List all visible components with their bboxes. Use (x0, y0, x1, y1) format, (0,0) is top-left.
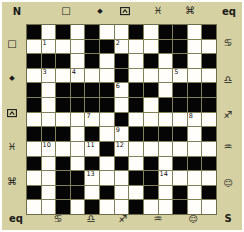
libra-icon: ♎ (87, 214, 96, 224)
cell-r2c8[interactable] (129, 40, 143, 54)
cell-r10c4[interactable] (71, 157, 85, 171)
cell-r12c11 (173, 186, 187, 200)
cell-r5c12 (188, 83, 202, 97)
clue-number: 13 (86, 171, 94, 178)
cell-r5c10[interactable] (159, 83, 173, 97)
cell-r10c3 (56, 157, 70, 171)
cell-r4c10[interactable] (159, 69, 173, 83)
cell-r12c10[interactable] (159, 186, 173, 200)
cell-r11c13[interactable] (202, 171, 216, 185)
cell-r12c2[interactable] (42, 186, 56, 200)
clue-number: 8 (189, 113, 193, 120)
cell-r2c9[interactable] (144, 40, 158, 54)
cell-r1c3 (56, 25, 70, 39)
cell-r2c4[interactable] (71, 40, 85, 54)
cell-r5c7[interactable]: 6 (115, 83, 129, 97)
cell-r9c8[interactable] (129, 142, 143, 156)
cell-r8c5 (85, 127, 99, 141)
cell-r1c1 (27, 25, 41, 39)
cell-r11c1[interactable] (27, 171, 41, 185)
cell-r13c6[interactable] (100, 200, 114, 214)
cell-r8c10 (159, 127, 173, 141)
clue-number: 10 (43, 142, 51, 149)
cell-r12c5[interactable] (85, 186, 99, 200)
cell-r6c6 (100, 98, 114, 112)
cell-r8c7[interactable]: 9 (115, 127, 129, 141)
smiley-icon: ☺ (188, 214, 197, 224)
cell-r10c7 (115, 157, 129, 171)
cell-r7c8[interactable] (129, 113, 143, 127)
cell-r13c8 (129, 200, 143, 214)
cell-r6c9[interactable] (144, 98, 158, 112)
square-icon: □ (61, 6, 70, 16)
cell-r6c4 (71, 98, 85, 112)
cell-r12c12[interactable] (188, 186, 202, 200)
cell-r6c11 (173, 98, 187, 112)
diamond-icon: ◆ (9, 73, 14, 83)
clue-number: 11 (86, 142, 94, 149)
cell-r8c13 (202, 127, 216, 141)
cell-r12c9 (144, 186, 158, 200)
cell-r5c3 (56, 83, 70, 97)
cell-r7c1[interactable] (27, 113, 41, 127)
cell-r7c6[interactable] (100, 113, 114, 127)
cell-r11c10[interactable]: 14 (159, 171, 173, 185)
cell-r7c9[interactable] (144, 113, 158, 127)
cell-r13c3 (56, 200, 70, 214)
cell-r8c3 (56, 127, 70, 141)
cell-r11c8 (129, 171, 143, 185)
cell-r4c9[interactable] (144, 69, 158, 83)
command-icon: ⌘ (7, 177, 17, 187)
aquarius-icon: ♒ (224, 142, 233, 152)
cell-r11c2[interactable] (42, 171, 56, 185)
cell-r4c4[interactable]: 4 (71, 69, 85, 83)
corner-label-eq-top: eq (222, 7, 236, 17)
cell-r6c10 (159, 98, 173, 112)
cell-r12c1 (27, 186, 41, 200)
cell-r1c12[interactable] (188, 25, 202, 39)
cell-r13c12[interactable] (188, 200, 202, 214)
cell-r1c6[interactable] (100, 25, 114, 39)
cell-r3c6[interactable] (100, 54, 114, 68)
clue-number: 3 (43, 69, 47, 76)
cell-r3c4[interactable] (71, 54, 85, 68)
cell-r6c2[interactable] (42, 98, 56, 112)
cell-r1c7[interactable] (115, 25, 129, 39)
cell-r3c13 (202, 54, 216, 68)
cell-r12c7[interactable] (115, 186, 129, 200)
cell-r7c2[interactable] (42, 113, 56, 127)
cell-r5c6 (100, 83, 114, 97)
cell-r13c2[interactable] (42, 200, 56, 214)
cell-r3c1 (27, 54, 41, 68)
pisces-icon: ♓ (8, 142, 17, 152)
cell-r4c12[interactable] (188, 69, 202, 83)
cell-r9c4[interactable] (71, 142, 85, 156)
cell-r7c11[interactable] (173, 113, 187, 127)
cell-r10c8[interactable] (129, 157, 143, 171)
cell-r4c2[interactable]: 3 (42, 69, 56, 83)
cell-r9c10[interactable] (159, 142, 173, 156)
cell-r4c6[interactable] (100, 69, 114, 83)
cell-r9c3[interactable] (56, 142, 70, 156)
cell-r5c13 (202, 83, 216, 97)
cell-r7c10[interactable] (159, 113, 173, 127)
cell-r6c1 (27, 98, 41, 112)
cell-r4c13[interactable] (202, 69, 216, 83)
clue-number: 14 (160, 171, 168, 178)
cell-r5c5 (85, 83, 99, 97)
cell-r1c13 (202, 25, 216, 39)
cell-r10c5 (85, 157, 99, 171)
cell-r2c3[interactable] (56, 40, 70, 54)
cell-r10c1 (27, 157, 41, 171)
cell-r2c2[interactable]: 1 (42, 40, 56, 54)
cell-r12c4 (71, 186, 85, 200)
smiley-icon: ☺ (223, 178, 232, 188)
cell-r6c13 (202, 98, 216, 112)
cell-r11c4 (71, 171, 85, 185)
cell-r2c5 (85, 40, 99, 54)
cell-r3c9 (144, 54, 158, 68)
cell-r2c10 (159, 40, 173, 54)
cell-r3c7 (115, 54, 129, 68)
cell-r9c6 (100, 142, 114, 156)
cell-r11c6[interactable] (100, 171, 114, 185)
cell-r1c5 (85, 25, 99, 39)
aquarius-icon: ♒ (154, 214, 163, 224)
cell-r11c12[interactable] (188, 171, 202, 185)
cell-r2c12[interactable] (188, 40, 202, 54)
clue-number: 5 (174, 69, 178, 76)
cell-r2c6 (100, 40, 114, 54)
cell-r1c9[interactable] (144, 25, 158, 39)
cell-r1c4[interactable] (71, 25, 85, 39)
cell-r13c13[interactable] (202, 200, 216, 214)
cell-r8c6[interactable] (100, 127, 114, 141)
cell-r13c10[interactable] (159, 200, 173, 214)
cell-r6c7[interactable] (115, 98, 129, 112)
cell-r7c13[interactable] (202, 113, 216, 127)
cell-r3c10[interactable] (159, 54, 173, 68)
cell-r8c11 (173, 127, 187, 141)
pisces-icon: ♓ (154, 6, 163, 16)
cell-r2c7[interactable]: 2 (115, 40, 129, 54)
corner-label-north: N (13, 7, 21, 17)
cell-r8c12[interactable] (188, 127, 202, 141)
puzzle-screenshot: N eq eq S 1234567891011121314 □◆♓⌘□◆♓⌘♋♎… (0, 0, 244, 232)
cell-r3c5 (85, 54, 99, 68)
cell-r1c8 (129, 25, 143, 39)
cell-r2c11 (173, 40, 187, 54)
cell-r10c13 (202, 157, 216, 171)
clue-number: 1 (43, 40, 47, 47)
sagittarius-icon: ♐ (224, 110, 233, 120)
cell-r3c2 (42, 54, 56, 68)
cell-r9c5[interactable]: 11 (85, 142, 99, 156)
cell-r12c6 (100, 186, 114, 200)
cell-r9c11[interactable] (173, 142, 187, 156)
square-caret-icon (120, 6, 130, 16)
cell-r8c9 (144, 127, 158, 141)
square-caret-icon (7, 108, 17, 118)
cell-r5c2[interactable] (42, 83, 56, 97)
cell-r13c7[interactable] (115, 200, 129, 214)
cell-r5c4 (71, 83, 85, 97)
square-icon: □ (7, 39, 16, 49)
cell-r10c11 (173, 157, 187, 171)
cell-r4c3[interactable] (56, 69, 70, 83)
cell-r4c7 (115, 69, 129, 83)
cell-r11c3 (56, 171, 70, 185)
cell-r3c8[interactable] (129, 54, 143, 68)
sagittarius-icon: ♐ (119, 214, 128, 224)
cell-r11c7[interactable] (115, 171, 129, 185)
cell-r13c5 (85, 200, 99, 214)
cell-r11c5[interactable]: 13 (85, 171, 99, 185)
clue-number: 6 (116, 83, 120, 90)
cell-r7c4[interactable] (71, 113, 85, 127)
cell-r5c9 (144, 83, 158, 97)
cancer-icon: ♋ (224, 38, 233, 48)
corner-label-south: S (224, 214, 231, 224)
libra-icon: ♎ (224, 75, 233, 85)
cell-r8c4[interactable] (71, 127, 85, 141)
cell-r12c8[interactable] (129, 186, 143, 200)
cell-r12c3 (56, 186, 70, 200)
diamond-icon: ◆ (97, 6, 102, 16)
border-frame: N eq eq S 1234567891011121314 □◆♓⌘□◆♓⌘♋♎… (2, 2, 242, 230)
cell-r3c11 (173, 54, 187, 68)
cell-r9c13[interactable] (202, 142, 216, 156)
cell-r5c8 (129, 83, 143, 97)
command-icon: ⌘ (185, 6, 195, 16)
cell-r4c5[interactable] (85, 69, 99, 83)
cell-r13c9[interactable] (144, 200, 158, 214)
cell-r11c9 (144, 171, 158, 185)
clue-number: 7 (86, 113, 90, 120)
cell-r8c2 (42, 127, 56, 141)
cell-r13c4[interactable] (71, 200, 85, 214)
cell-r7c5[interactable]: 7 (85, 113, 99, 127)
cell-r10c10[interactable] (159, 157, 173, 171)
cell-r2c13[interactable] (202, 40, 216, 54)
cell-r10c12 (188, 157, 202, 171)
cell-r7c12[interactable]: 8 (188, 113, 202, 127)
cell-r10c6[interactable] (100, 157, 114, 171)
cell-r9c9[interactable] (144, 142, 158, 156)
cell-r6c5 (85, 98, 99, 112)
cell-r9c7[interactable]: 12 (115, 142, 129, 156)
cell-r6c12 (188, 98, 202, 112)
cell-r9c2[interactable]: 10 (42, 142, 56, 156)
cell-r7c3[interactable] (56, 113, 70, 127)
cell-r4c1[interactable] (27, 69, 41, 83)
cell-r1c2[interactable] (42, 25, 56, 39)
cell-r3c12[interactable] (188, 54, 202, 68)
crossword-grid: 1234567891011121314 (26, 24, 217, 215)
cell-r13c11 (173, 200, 187, 214)
cell-r8c1 (27, 127, 41, 141)
cell-r5c11 (173, 83, 187, 97)
cell-r2c1[interactable] (27, 40, 41, 54)
clue-number: 4 (72, 69, 76, 76)
cell-r13c1[interactable] (27, 200, 41, 214)
cell-r6c3 (56, 98, 70, 112)
cell-r6c8 (129, 98, 143, 112)
cell-r4c8[interactable] (129, 69, 143, 83)
cell-r3c3 (56, 54, 70, 68)
cell-r10c2[interactable] (42, 157, 56, 171)
clue-number: 2 (116, 40, 120, 47)
cell-r7c7 (115, 113, 129, 127)
cell-r1c10 (159, 25, 173, 39)
corner-label-eq-bottom: eq (9, 214, 23, 224)
clue-number: 9 (116, 127, 120, 134)
cell-r8c8 (129, 127, 143, 141)
cell-r1c11 (173, 25, 187, 39)
cell-r9c12[interactable] (188, 142, 202, 156)
cell-r11c11[interactable] (173, 171, 187, 185)
cell-r9c1[interactable] (27, 142, 41, 156)
cell-r10c9 (144, 157, 158, 171)
cancer-icon: ♋ (54, 214, 63, 224)
cell-r5c1 (27, 83, 41, 97)
clue-number: 12 (116, 142, 124, 149)
cell-r12c13 (202, 186, 216, 200)
cell-r4c11[interactable]: 5 (173, 69, 187, 83)
